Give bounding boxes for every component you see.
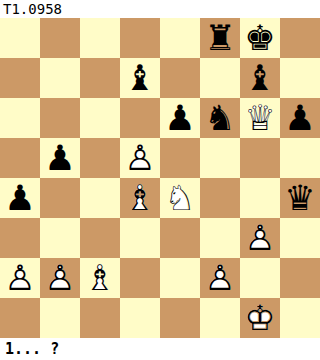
square-b2[interactable]: ♟♙ xyxy=(40,258,80,298)
white-piece-fill: ♝ xyxy=(120,178,160,218)
white-pawn-piece: ♟♙ xyxy=(40,258,80,298)
square-b1[interactable] xyxy=(40,298,80,338)
white-piece-fill: ♝ xyxy=(80,258,120,298)
black-piece-glyph: ♝ xyxy=(120,58,160,98)
square-c5[interactable] xyxy=(80,138,120,178)
white-piece-outline: ♙ xyxy=(120,138,160,178)
black-queen-piece: ♛ xyxy=(280,178,320,218)
square-f7[interactable] xyxy=(200,58,240,98)
white-piece-outline: ♙ xyxy=(200,258,240,298)
white-piece-fill: ♟ xyxy=(120,138,160,178)
square-h8[interactable] xyxy=(280,18,320,58)
square-d6[interactable] xyxy=(120,98,160,138)
white-king-piece: ♚♔ xyxy=(240,298,280,338)
square-d7[interactable]: ♝ xyxy=(120,58,160,98)
square-g2[interactable] xyxy=(240,258,280,298)
black-piece-glyph: ♜ xyxy=(200,18,240,58)
square-f1[interactable] xyxy=(200,298,240,338)
black-piece-glyph: ♚ xyxy=(240,18,280,58)
square-g3[interactable]: ♟♙ xyxy=(240,218,280,258)
black-piece-glyph: ♟ xyxy=(0,178,40,218)
white-piece-outline: ♗ xyxy=(120,178,160,218)
square-b8[interactable] xyxy=(40,18,80,58)
square-h6[interactable]: ♟ xyxy=(280,98,320,138)
square-c4[interactable] xyxy=(80,178,120,218)
square-g8[interactable]: ♚ xyxy=(240,18,280,58)
white-bishop-piece: ♝♗ xyxy=(120,178,160,218)
black-piece-glyph: ♝ xyxy=(240,58,280,98)
white-piece-outline: ♘ xyxy=(160,178,200,218)
black-piece-glyph: ♟ xyxy=(280,98,320,138)
move-prompt: 1... ? xyxy=(0,338,320,360)
square-d3[interactable] xyxy=(120,218,160,258)
white-piece-fill: ♟ xyxy=(200,258,240,298)
square-c7[interactable] xyxy=(80,58,120,98)
white-pawn-piece: ♟♙ xyxy=(120,138,160,178)
white-piece-outline: ♕ xyxy=(240,98,280,138)
square-g4[interactable] xyxy=(240,178,280,218)
square-c1[interactable] xyxy=(80,298,120,338)
square-a3[interactable] xyxy=(0,218,40,258)
square-e2[interactable] xyxy=(160,258,200,298)
white-pawn-piece: ♟♙ xyxy=(200,258,240,298)
square-c8[interactable] xyxy=(80,18,120,58)
square-h2[interactable] xyxy=(280,258,320,298)
white-piece-fill: ♞ xyxy=(160,178,200,218)
square-g7[interactable]: ♝ xyxy=(240,58,280,98)
black-pawn-piece: ♟ xyxy=(40,138,80,178)
square-e8[interactable] xyxy=(160,18,200,58)
square-f2[interactable]: ♟♙ xyxy=(200,258,240,298)
white-piece-fill: ♛ xyxy=(240,98,280,138)
white-pawn-piece: ♟♙ xyxy=(240,218,280,258)
square-f4[interactable] xyxy=(200,178,240,218)
puzzle-id: T1.0958 xyxy=(0,0,320,18)
square-d4[interactable]: ♝♗ xyxy=(120,178,160,218)
square-e5[interactable] xyxy=(160,138,200,178)
square-e6[interactable]: ♟ xyxy=(160,98,200,138)
square-e1[interactable] xyxy=(160,298,200,338)
square-e4[interactable]: ♞♘ xyxy=(160,178,200,218)
white-piece-outline: ♙ xyxy=(240,218,280,258)
square-e3[interactable] xyxy=(160,218,200,258)
white-piece-outline: ♙ xyxy=(0,258,40,298)
square-d2[interactable] xyxy=(120,258,160,298)
square-f8[interactable]: ♜ xyxy=(200,18,240,58)
square-h1[interactable] xyxy=(280,298,320,338)
square-b4[interactable] xyxy=(40,178,80,218)
square-a2[interactable]: ♟♙ xyxy=(0,258,40,298)
black-piece-glyph: ♛ xyxy=(280,178,320,218)
white-piece-fill: ♚ xyxy=(240,298,280,338)
black-piece-glyph: ♞ xyxy=(200,98,240,138)
square-c3[interactable] xyxy=(80,218,120,258)
square-a7[interactable] xyxy=(0,58,40,98)
white-piece-outline: ♙ xyxy=(40,258,80,298)
black-bishop-piece: ♝ xyxy=(240,58,280,98)
white-queen-piece: ♛♕ xyxy=(240,98,280,138)
white-pawn-piece: ♟♙ xyxy=(0,258,40,298)
chess-board: ♜♚♝♝♟♞♛♕♟♟♟♙♟♝♗♞♘♛♟♙♟♙♟♙♝♗♟♙♚♔ xyxy=(0,18,320,338)
black-king-piece: ♚ xyxy=(240,18,280,58)
black-piece-glyph: ♟ xyxy=(40,138,80,178)
white-piece-fill: ♟ xyxy=(240,218,280,258)
square-g1[interactable]: ♚♔ xyxy=(240,298,280,338)
white-piece-fill: ♟ xyxy=(0,258,40,298)
square-d1[interactable] xyxy=(120,298,160,338)
black-pawn-piece: ♟ xyxy=(280,98,320,138)
black-rook-piece: ♜ xyxy=(200,18,240,58)
square-f3[interactable] xyxy=(200,218,240,258)
white-piece-outline: ♗ xyxy=(80,258,120,298)
black-pawn-piece: ♟ xyxy=(160,98,200,138)
square-g6[interactable]: ♛♕ xyxy=(240,98,280,138)
square-f6[interactable]: ♞ xyxy=(200,98,240,138)
square-c2[interactable]: ♝♗ xyxy=(80,258,120,298)
white-knight-piece: ♞♘ xyxy=(160,178,200,218)
square-a1[interactable] xyxy=(0,298,40,338)
square-a8[interactable] xyxy=(0,18,40,58)
white-bishop-piece: ♝♗ xyxy=(80,258,120,298)
square-d5[interactable]: ♟♙ xyxy=(120,138,160,178)
square-c6[interactable] xyxy=(80,98,120,138)
white-piece-outline: ♔ xyxy=(240,298,280,338)
square-a4[interactable]: ♟ xyxy=(0,178,40,218)
square-b7[interactable] xyxy=(40,58,80,98)
square-a6[interactable] xyxy=(0,98,40,138)
square-g5[interactable] xyxy=(240,138,280,178)
black-pawn-piece: ♟ xyxy=(0,178,40,218)
black-knight-piece: ♞ xyxy=(200,98,240,138)
black-piece-glyph: ♟ xyxy=(160,98,200,138)
square-a5[interactable] xyxy=(0,138,40,178)
square-h3[interactable] xyxy=(280,218,320,258)
square-b5[interactable]: ♟ xyxy=(40,138,80,178)
square-e7[interactable] xyxy=(160,58,200,98)
square-h7[interactable] xyxy=(280,58,320,98)
square-f5[interactable] xyxy=(200,138,240,178)
white-piece-fill: ♟ xyxy=(40,258,80,298)
square-h4[interactable]: ♛ xyxy=(280,178,320,218)
square-h5[interactable] xyxy=(280,138,320,178)
square-b3[interactable] xyxy=(40,218,80,258)
square-b6[interactable] xyxy=(40,98,80,138)
square-d8[interactable] xyxy=(120,18,160,58)
black-bishop-piece: ♝ xyxy=(120,58,160,98)
